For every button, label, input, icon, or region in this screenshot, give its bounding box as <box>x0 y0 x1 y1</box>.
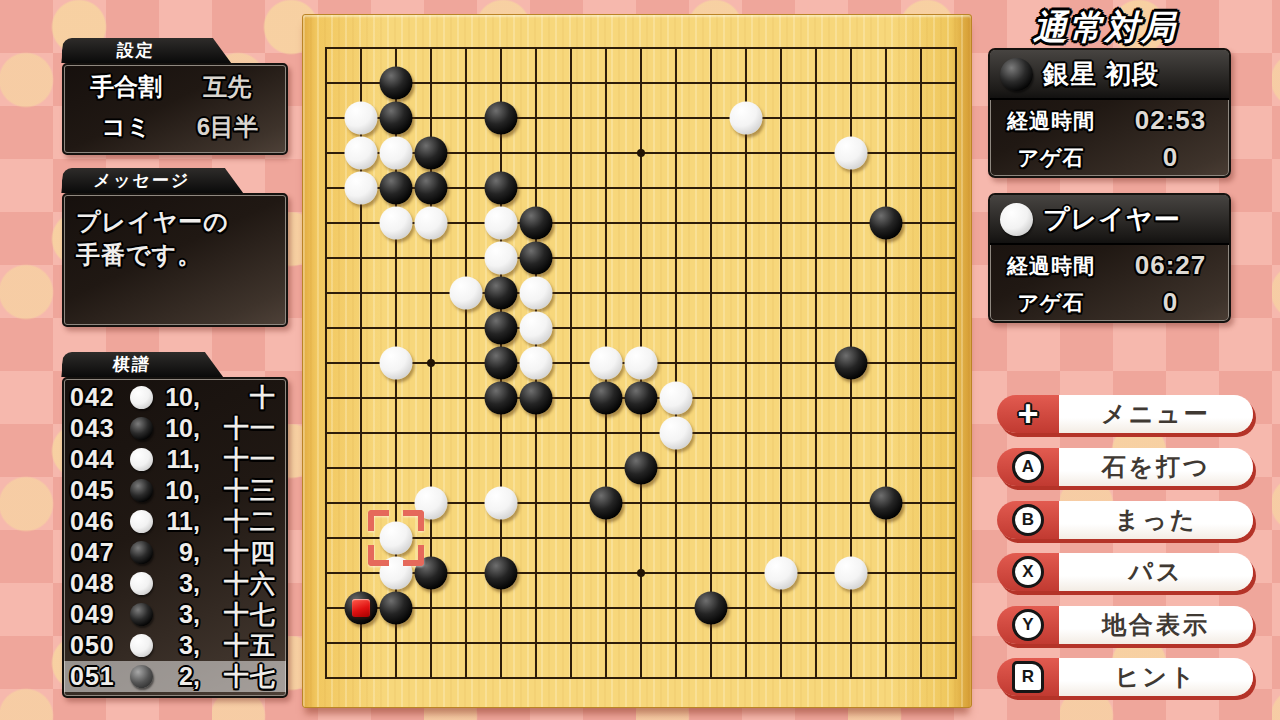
white-stone <box>520 277 553 310</box>
move-number: 049 <box>70 600 128 629</box>
white-captures-row: アゲ石 0 <box>990 284 1229 321</box>
kifu-row: 0503,十五 <box>64 630 286 661</box>
white-stone <box>450 277 483 310</box>
white-time-value: 06:27 <box>1112 250 1229 281</box>
white-stone <box>765 557 798 590</box>
move-row: 十三 <box>200 474 280 507</box>
settings-panel: 設定 手合割 互先 コミ 6目半 <box>62 38 288 155</box>
move-row: 十七 <box>200 598 280 631</box>
undo-button-label: まった <box>1059 501 1253 539</box>
white-stone-icon <box>130 634 153 657</box>
move-comma: , <box>193 445 200 474</box>
message-line: プレイヤーの <box>76 205 274 238</box>
white-player-panel: プレイヤー 経過時間 06:27 アゲ石 0 <box>988 193 1231 323</box>
kifu-row: 0483,十六 <box>64 568 286 599</box>
black-captures-label: アゲ石 <box>990 144 1112 172</box>
black-stone <box>625 382 658 415</box>
white-stone <box>590 347 623 380</box>
move-number: 044 <box>70 445 128 474</box>
kifu-row: 0479,十四 <box>64 537 286 568</box>
kifu-row: 04310,十一 <box>64 413 286 444</box>
black-stone <box>870 207 903 240</box>
menu-button-label: メニュー <box>1059 395 1253 433</box>
place-stone-button[interactable]: A 石を打つ <box>997 448 1253 486</box>
kifu-list[interactable]: 04210,十04310,十一04411,十一04510,十三04611,十二0… <box>62 377 288 698</box>
settings-tab-label: 設定 <box>116 39 156 62</box>
black-stone <box>625 452 658 485</box>
white-captures-label: アゲ石 <box>990 289 1112 317</box>
white-stone <box>415 207 448 240</box>
white-stone <box>380 347 413 380</box>
territory-button[interactable]: Y 地合表示 <box>997 606 1253 644</box>
black-time-row: 経過時間 02:53 <box>990 102 1229 139</box>
move-comma: , <box>193 414 200 443</box>
kifu-tab: 棋譜 <box>61 352 225 377</box>
move-comma: , <box>193 600 200 629</box>
pass-button[interactable]: X パス <box>997 553 1253 591</box>
black-stone <box>380 102 413 135</box>
kifu-row: 0512,十七 <box>64 661 286 692</box>
white-stone <box>660 417 693 450</box>
white-stone-icon <box>130 448 153 471</box>
white-stone-icon <box>1000 203 1033 236</box>
kifu-row: 04411,十一 <box>64 444 286 475</box>
white-stone <box>835 557 868 590</box>
handicap-row: 手合割 互先 <box>64 67 286 107</box>
black-stone <box>520 207 553 240</box>
black-stone <box>520 382 553 415</box>
move-col: 3 <box>160 631 193 660</box>
handicap-value: 互先 <box>179 71 276 103</box>
white-stone <box>520 312 553 345</box>
menu-button[interactable]: + メニュー <box>997 395 1253 433</box>
black-stone <box>590 382 623 415</box>
star-point <box>637 569 645 577</box>
undo-button[interactable]: B まった <box>997 501 1253 539</box>
white-stone <box>625 347 658 380</box>
komi-label: コミ <box>74 111 179 143</box>
message-panel: メッセージ プレイヤーの 手番です。 <box>62 168 288 327</box>
black-time-label: 経過時間 <box>990 107 1112 135</box>
move-comma: , <box>193 538 200 567</box>
white-stone <box>380 137 413 170</box>
white-stone <box>485 487 518 520</box>
plus-button-icon: + <box>997 395 1059 433</box>
move-row: 十五 <box>200 629 280 662</box>
pass-button-label: パス <box>1059 553 1253 591</box>
move-row: 十一 <box>200 443 280 476</box>
white-time-label: 経過時間 <box>990 252 1112 280</box>
white-stone-icon <box>130 572 153 595</box>
black-stone-icon <box>130 541 153 564</box>
black-stone <box>485 277 518 310</box>
black-time-value: 02:53 <box>1112 105 1229 136</box>
move-col: 10 <box>160 414 193 443</box>
a-button-icon: A <box>997 448 1059 486</box>
white-stone-icon <box>130 510 153 533</box>
settings-tab: 設定 <box>61 38 233 63</box>
move-number: 047 <box>70 538 128 567</box>
place-stone-button-label: 石を打つ <box>1059 448 1253 486</box>
move-number: 043 <box>70 414 128 443</box>
territory-button-label: 地合表示 <box>1059 606 1253 644</box>
move-comma: , <box>193 383 200 412</box>
move-number: 048 <box>70 569 128 598</box>
black-stone <box>590 487 623 520</box>
r-button-icon: R <box>997 658 1059 696</box>
move-col: 9 <box>160 538 193 567</box>
message-tab: メッセージ <box>61 168 245 193</box>
black-stone <box>415 172 448 205</box>
white-stone <box>660 382 693 415</box>
move-row: 十四 <box>200 536 280 569</box>
move-col: 11 <box>160 445 193 474</box>
hint-button[interactable]: R ヒント <box>997 658 1253 696</box>
white-stone <box>380 207 413 240</box>
black-stone-icon <box>1000 58 1033 91</box>
black-captures-row: アゲ石 0 <box>990 139 1229 176</box>
hint-button-label: ヒント <box>1059 658 1253 696</box>
move-row: 十一 <box>200 412 280 445</box>
settings-body: 手合割 互先 コミ 6目半 <box>62 63 288 155</box>
move-number: 050 <box>70 631 128 660</box>
black-stone <box>485 347 518 380</box>
white-captures-value: 0 <box>1112 287 1229 318</box>
move-number: 045 <box>70 476 128 505</box>
kifu-row: 04210,十 <box>64 382 286 413</box>
black-stone <box>835 347 868 380</box>
mode-title: 通常対局 <box>990 5 1220 51</box>
white-stone <box>485 242 518 275</box>
move-number: 046 <box>70 507 128 536</box>
black-stone <box>520 242 553 275</box>
move-number: 051 <box>70 662 128 691</box>
white-stone <box>345 172 378 205</box>
white-stone <box>485 207 518 240</box>
black-stone-icon <box>130 479 153 502</box>
white-stone <box>520 347 553 380</box>
handicap-label: 手合割 <box>74 71 179 103</box>
white-time-row: 経過時間 06:27 <box>990 247 1229 284</box>
white-stone-icon <box>130 386 153 409</box>
white-player-name: プレイヤー <box>1043 202 1180 237</box>
move-col: 11 <box>160 507 193 536</box>
x-button-icon: X <box>997 553 1059 591</box>
move-comma: , <box>193 476 200 505</box>
message-body: プレイヤーの 手番です。 <box>62 193 288 327</box>
kifu-row: 04611,十二 <box>64 506 286 537</box>
move-col: 3 <box>160 600 193 629</box>
board-cursor <box>368 510 424 566</box>
last-move-marker <box>352 599 370 617</box>
move-row: 十六 <box>200 567 280 600</box>
black-stone <box>485 382 518 415</box>
black-stone <box>870 487 903 520</box>
move-row: 十七 <box>200 660 280 693</box>
star-point <box>637 149 645 157</box>
message-tab-label: メッセージ <box>93 169 191 192</box>
black-stone <box>380 67 413 100</box>
black-stone <box>485 172 518 205</box>
b-button-icon: B <box>997 501 1059 539</box>
white-stone <box>835 137 868 170</box>
black-player-name: 銀星 初段 <box>1043 57 1159 92</box>
black-stone <box>415 137 448 170</box>
black-stone <box>485 102 518 135</box>
black-player-header: 銀星 初段 <box>990 50 1229 100</box>
move-col: 10 <box>160 476 193 505</box>
komi-value: 6目半 <box>179 111 276 143</box>
move-col: 2 <box>160 662 193 691</box>
message-line: 手番です。 <box>76 238 274 271</box>
move-comma: , <box>193 662 200 691</box>
move-row: 十 <box>200 381 280 414</box>
black-stone-icon <box>130 417 153 440</box>
kifu-row: 0493,十七 <box>64 599 286 630</box>
black-stone-icon <box>130 603 153 626</box>
white-stone <box>345 137 378 170</box>
go-board <box>302 14 972 708</box>
black-stone <box>695 592 728 625</box>
move-number: 042 <box>70 383 128 412</box>
move-comma: , <box>193 507 200 536</box>
kifu-row: 04510,十三 <box>64 475 286 506</box>
black-captures-value: 0 <box>1112 142 1229 173</box>
move-comma: , <box>193 569 200 598</box>
kifu-tab-label: 棋譜 <box>112 353 152 376</box>
move-comma: , <box>193 631 200 660</box>
white-stone <box>345 102 378 135</box>
black-player-panel: 銀星 初段 経過時間 02:53 アゲ石 0 <box>988 48 1231 178</box>
move-row: 十二 <box>200 505 280 538</box>
black-stone <box>485 312 518 345</box>
white-player-header: プレイヤー <box>990 195 1229 245</box>
black-stone <box>485 557 518 590</box>
black-stone-icon <box>130 665 153 688</box>
move-col: 3 <box>160 569 193 598</box>
move-col: 10 <box>160 383 193 412</box>
kifu-panel: 棋譜 04210,十04310,十一04411,十一04510,十三04611,… <box>62 352 288 698</box>
black-stone <box>380 172 413 205</box>
star-point <box>427 359 435 367</box>
y-button-icon: Y <box>997 606 1059 644</box>
white-stone <box>730 102 763 135</box>
black-stone <box>380 592 413 625</box>
komi-row: コミ 6目半 <box>64 107 286 147</box>
